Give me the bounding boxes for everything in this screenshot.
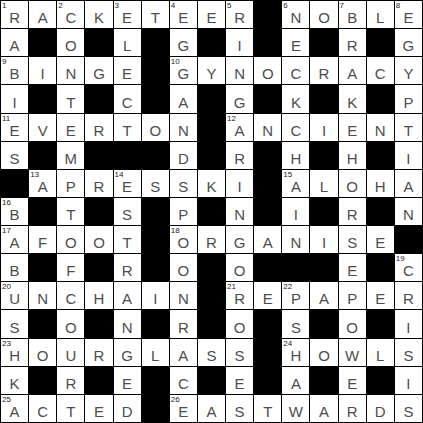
letter-cell[interactable]: N	[170, 114, 197, 141]
cell-letter: N	[234, 207, 245, 225]
letter-cell[interactable]: R	[85, 170, 112, 197]
letter-cell[interactable]: L	[367, 339, 394, 366]
cell-letter: R	[65, 376, 76, 394]
letter-cell[interactable]: T	[142, 1, 169, 28]
letter-cell[interactable]: S	[1, 310, 28, 337]
black-cell	[198, 367, 225, 394]
cell-letter: T	[263, 404, 272, 422]
cell-letter: U	[65, 348, 76, 366]
letter-cell[interactable]: L	[142, 339, 169, 366]
cell-letter: E	[347, 263, 357, 281]
cell-letter: E	[178, 404, 188, 422]
cell-letter: T	[404, 123, 413, 141]
cell-letter: S	[235, 348, 245, 366]
cell-letter: S	[178, 179, 188, 197]
letter-cell[interactable]: N	[29, 282, 56, 309]
cell-letter: S	[235, 404, 245, 422]
letter-cell[interactable]: 1R	[1, 1, 28, 28]
letter-cell[interactable]: N	[170, 282, 197, 309]
letter-cell[interactable]: R	[339, 29, 366, 56]
letter-cell[interactable]: 22P	[282, 282, 309, 309]
black-cell	[198, 142, 225, 169]
letter-cell[interactable]: A	[310, 395, 337, 422]
cell-letter: E	[122, 66, 132, 84]
letter-cell[interactable]: B	[1, 254, 28, 281]
cell-letter: A	[403, 179, 413, 197]
letter-cell[interactable]: A	[114, 282, 141, 309]
letter-cell[interactable]: C	[170, 367, 197, 394]
cell-letter: N	[290, 235, 301, 253]
cell-letter: T	[123, 235, 132, 253]
letter-cell[interactable]: P	[339, 282, 366, 309]
letter-cell[interactable]: S	[198, 339, 225, 366]
letter-cell[interactable]: E	[226, 367, 253, 394]
letter-cell[interactable]: A	[1, 29, 28, 56]
letter-cell[interactable]: S	[142, 170, 169, 197]
cell-letter: E	[291, 38, 301, 56]
cell-letter: O	[318, 348, 330, 366]
clue-number: 24	[283, 339, 292, 348]
letter-cell[interactable]: E	[85, 395, 112, 422]
cell-letter: B	[10, 207, 20, 225]
letter-cell[interactable]: 21R	[226, 282, 253, 309]
letter-cell[interactable]: F	[57, 254, 84, 281]
letter-cell[interactable]: G	[85, 57, 112, 84]
clue-number: 11	[2, 114, 10, 123]
black-cell	[29, 254, 56, 281]
letter-cell[interactable]: 2C	[57, 1, 84, 28]
black-cell	[85, 142, 112, 169]
black-cell	[310, 142, 337, 169]
letter-cell[interactable]: R	[198, 226, 225, 253]
letter-cell[interactable]: U	[57, 339, 84, 366]
cell-letter: I	[238, 179, 242, 197]
letter-cell[interactable]: M	[57, 142, 84, 169]
black-cell	[310, 310, 337, 337]
cell-letter: S	[403, 348, 413, 366]
letter-cell[interactable]: T	[57, 85, 84, 112]
letter-cell[interactable]: 20U	[1, 282, 28, 309]
letter-cell[interactable]: A	[170, 339, 197, 366]
cell-letter: I	[12, 95, 16, 113]
letter-cell[interactable]: L	[367, 1, 394, 28]
cell-letter: A	[291, 179, 301, 197]
letter-cell[interactable]: N	[226, 57, 253, 84]
letter-cell[interactable]: H	[367, 170, 394, 197]
cell-letter: G	[178, 66, 190, 84]
letter-cell[interactable]: W	[339, 339, 366, 366]
letter-cell[interactable]: T	[254, 395, 281, 422]
letter-cell[interactable]: I	[310, 114, 337, 141]
cell-letter: O	[234, 263, 246, 281]
black-cell	[142, 367, 169, 394]
letter-cell[interactable]: I	[395, 142, 422, 169]
letter-cell[interactable]: 9B	[1, 57, 28, 84]
letter-cell[interactable]: A	[282, 367, 309, 394]
clue-number: 13	[30, 170, 39, 179]
letter-cell[interactable]: E	[339, 254, 366, 281]
letter-cell[interactable]: R	[57, 367, 84, 394]
clue-number: 26	[171, 395, 180, 404]
letter-cell[interactable]: A	[29, 1, 56, 28]
letter-cell[interactable]: I	[142, 282, 169, 309]
cell-letter: O	[65, 320, 77, 338]
letter-cell[interactable]: V	[29, 114, 56, 141]
black-cell	[198, 310, 225, 337]
letter-cell[interactable]: T	[57, 198, 84, 225]
cell-letter: L	[376, 348, 384, 366]
letter-cell[interactable]: O	[85, 226, 112, 253]
cell-letter: D	[178, 151, 189, 169]
letter-cell[interactable]: 11E	[1, 114, 28, 141]
letter-cell[interactable]: N	[254, 114, 281, 141]
letter-cell[interactable]: G	[226, 85, 253, 112]
letter-cell[interactable]: C	[57, 282, 84, 309]
cell-letter: T	[66, 95, 75, 113]
cell-letter: S	[122, 207, 132, 225]
black-cell	[29, 85, 56, 112]
letter-cell[interactable]: L	[310, 170, 337, 197]
cell-letter: N	[403, 207, 414, 225]
letter-cell[interactable]: I	[310, 226, 337, 253]
letter-cell[interactable]: 25A	[1, 395, 28, 422]
black-cell	[254, 198, 281, 225]
black-cell	[367, 254, 394, 281]
letter-cell[interactable]: P	[170, 198, 197, 225]
letter-cell[interactable]: A	[310, 282, 337, 309]
letter-cell[interactable]: H	[339, 142, 366, 169]
black-cell	[85, 198, 112, 225]
cell-letter: T	[123, 123, 132, 141]
letter-cell[interactable]: 5R	[226, 1, 253, 28]
letter-cell[interactable]: F	[29, 226, 56, 253]
cell-letter: E	[263, 291, 273, 309]
cell-letter: L	[123, 38, 131, 56]
letter-cell[interactable]: A	[339, 57, 366, 84]
cell-letter: A	[178, 348, 188, 366]
letter-cell[interactable]: R	[114, 254, 141, 281]
cell-letter: I	[238, 38, 242, 56]
crossword-board: 1RA2CK3ET4EE5R6NO7BL8EAOLGIERG9BINGE10GY…	[0, 0, 423, 423]
cell-letter: Y	[206, 66, 216, 84]
black-cell	[142, 198, 169, 225]
letter-cell[interactable]: T	[395, 114, 422, 141]
clue-number: 8	[396, 1, 400, 10]
black-cell	[29, 310, 56, 337]
letter-cell[interactable]: D	[114, 395, 141, 422]
letter-cell[interactable]: 17A	[1, 226, 28, 253]
cell-letter: H	[9, 348, 20, 366]
letter-cell[interactable]: O	[29, 339, 56, 366]
letter-cell[interactable]: 23H	[1, 339, 28, 366]
letter-cell[interactable]: C	[282, 57, 309, 84]
cell-letter: T	[66, 207, 75, 225]
letter-cell[interactable]: 3E	[114, 1, 141, 28]
black-cell	[142, 254, 169, 281]
letter-cell[interactable]: W	[282, 395, 309, 422]
letter-cell[interactable]: O	[310, 1, 337, 28]
cell-letter: E	[375, 291, 385, 309]
letter-cell[interactable]: L	[114, 29, 141, 56]
letter-cell[interactable]: 10G	[170, 57, 197, 84]
letter-cell[interactable]: I	[395, 310, 422, 337]
clue-number: 9	[2, 57, 6, 66]
cell-letter: P	[178, 207, 188, 225]
letter-cell[interactable]: O	[57, 310, 84, 337]
letter-cell[interactable]: I	[29, 57, 56, 84]
cell-letter: B	[10, 263, 20, 281]
letter-cell[interactable]: I	[395, 367, 422, 394]
cell-letter: P	[66, 179, 76, 197]
cell-letter: N	[65, 66, 76, 84]
black-cell	[29, 29, 56, 56]
cell-letter: E	[206, 10, 216, 28]
letter-cell[interactable]: E	[339, 367, 366, 394]
letter-cell[interactable]: K	[85, 1, 112, 28]
letter-cell[interactable]: P	[57, 170, 84, 197]
cell-letter: A	[10, 404, 20, 422]
letter-cell[interactable]: A	[170, 85, 197, 112]
letter-cell[interactable]: T	[114, 114, 141, 141]
cell-letter: I	[322, 235, 326, 253]
cell-letter: A	[38, 10, 48, 28]
letter-cell[interactable]: N	[367, 114, 394, 141]
cell-letter: H	[290, 151, 301, 169]
letter-cell[interactable]: E	[282, 29, 309, 56]
clue-number: 7	[340, 1, 344, 10]
cell-letter: A	[178, 95, 188, 113]
letter-cell[interactable]: H	[282, 142, 309, 169]
cell-letter: A	[291, 376, 301, 394]
cell-letter: M	[65, 151, 78, 169]
letter-cell[interactable]: R	[85, 114, 112, 141]
clue-number: 15	[283, 170, 292, 179]
black-cell	[367, 29, 394, 56]
cell-letter: A	[10, 235, 20, 253]
letter-cell[interactable]: 18O	[170, 226, 197, 253]
letter-cell[interactable]: O	[142, 114, 169, 141]
cell-letter: E	[178, 10, 188, 28]
letter-cell[interactable]: E	[367, 226, 394, 253]
letter-cell[interactable]: 26E	[170, 395, 197, 422]
letter-cell[interactable]: S	[114, 198, 141, 225]
letter-cell[interactable]: R	[339, 395, 366, 422]
letter-cell[interactable]: R	[226, 142, 253, 169]
black-cell	[85, 254, 112, 281]
clue-number: 1	[2, 1, 6, 10]
letter-cell[interactable]: S	[226, 339, 253, 366]
letter-cell[interactable]: G	[170, 29, 197, 56]
letter-cell[interactable]: R	[310, 57, 337, 84]
letter-cell[interactable]: 8E	[395, 1, 422, 28]
letter-cell[interactable]: G	[395, 29, 422, 56]
letter-cell[interactable]: C	[29, 395, 56, 422]
letter-cell[interactable]: O	[226, 254, 253, 281]
letter-cell[interactable]: G	[226, 226, 253, 253]
black-cell	[310, 29, 337, 56]
letter-cell[interactable]: C	[282, 114, 309, 141]
clue-number: 14	[115, 170, 124, 179]
cell-letter: C	[65, 10, 76, 28]
cell-letter: S	[206, 348, 216, 366]
cell-letter: O	[346, 320, 358, 338]
letter-cell[interactable]: E	[114, 367, 141, 394]
letter-cell[interactable]: C	[367, 57, 394, 84]
letter-cell[interactable]: I	[226, 170, 253, 197]
letter-cell[interactable]: E	[367, 282, 394, 309]
letter-cell[interactable]: O	[226, 310, 253, 337]
letter-cell[interactable]: D	[367, 395, 394, 422]
black-cell	[142, 395, 169, 422]
letter-cell[interactable]: R	[85, 339, 112, 366]
cell-letter: N	[122, 320, 133, 338]
letter-cell[interactable]: 19C	[395, 254, 422, 281]
letter-cell[interactable]: E	[57, 114, 84, 141]
letter-cell[interactable]: T	[57, 395, 84, 422]
letter-cell[interactable]: K	[198, 170, 225, 197]
letter-cell[interactable]: O	[339, 170, 366, 197]
cell-letter: L	[376, 10, 384, 28]
letter-cell[interactable]: O	[310, 339, 337, 366]
clue-number: 4	[171, 1, 175, 10]
letter-cell[interactable]: E	[198, 1, 225, 28]
black-cell	[198, 198, 225, 225]
black-cell	[367, 198, 394, 225]
letter-cell[interactable]: N	[282, 226, 309, 253]
cell-letter: W	[289, 404, 303, 422]
black-cell	[254, 339, 281, 366]
letter-cell[interactable]: R	[395, 282, 422, 309]
letter-cell[interactable]: S	[395, 339, 422, 366]
cell-letter: R	[234, 151, 245, 169]
letter-cell[interactable]: R	[170, 310, 197, 337]
letter-cell[interactable]: 24H	[282, 339, 309, 366]
black-cell	[367, 85, 394, 112]
cell-letter: H	[290, 348, 301, 366]
letter-cell[interactable]: K	[1, 367, 28, 394]
cell-letter: I	[406, 151, 410, 169]
letter-cell[interactable]: I	[226, 29, 253, 56]
letter-cell[interactable]: C	[114, 85, 141, 112]
black-cell	[142, 57, 169, 84]
letter-cell[interactable]: A	[395, 170, 422, 197]
clue-number: 16	[2, 198, 11, 207]
letter-cell[interactable]: O	[57, 29, 84, 56]
letter-cell[interactable]: N	[114, 310, 141, 337]
letter-cell[interactable]: G	[114, 339, 141, 366]
cell-letter: O	[178, 235, 190, 253]
letter-cell[interactable]: S	[1, 142, 28, 169]
black-cell	[142, 310, 169, 337]
letter-cell[interactable]: K	[282, 85, 309, 112]
letter-cell[interactable]: 16B	[1, 198, 28, 225]
letter-cell[interactable]: S	[170, 170, 197, 197]
letter-cell[interactable]: 7B	[339, 1, 366, 28]
cell-letter: R	[206, 235, 217, 253]
cell-letter: P	[291, 291, 301, 309]
letter-cell[interactable]: I	[282, 198, 309, 225]
black-cell	[254, 310, 281, 337]
clue-number: 18	[171, 226, 180, 235]
clue-number: 23	[2, 339, 11, 348]
cell-letter: L	[151, 348, 159, 366]
black-cell	[142, 85, 169, 112]
cell-letter: S	[10, 320, 20, 338]
letter-cell[interactable]: 12A	[226, 114, 253, 141]
cell-letter: N	[178, 123, 189, 141]
letter-cell[interactable]: A	[254, 226, 281, 253]
black-cell	[198, 85, 225, 112]
letter-cell[interactable]: P	[395, 85, 422, 112]
letter-cell[interactable]: 4E	[170, 1, 197, 28]
cell-letter: R	[94, 123, 105, 141]
cell-letter: S	[10, 151, 20, 169]
letter-cell[interactable]: I	[1, 85, 28, 112]
cell-letter: N	[290, 10, 301, 28]
cell-letter: G	[121, 348, 133, 366]
letter-cell[interactable]: E	[254, 282, 281, 309]
cell-letter: D	[375, 404, 386, 422]
cell-letter: C	[403, 263, 414, 281]
black-cell	[198, 29, 225, 56]
black-cell	[310, 367, 337, 394]
clue-number: 20	[2, 282, 11, 291]
cell-letter: N	[37, 291, 48, 309]
letter-cell[interactable]: S	[226, 395, 253, 422]
cell-letter: R	[9, 10, 20, 28]
cell-letter: O	[234, 320, 246, 338]
cell-letter: F	[38, 235, 47, 253]
letter-cell[interactable]: N	[395, 198, 422, 225]
letter-cell[interactable]: 15A	[282, 170, 309, 197]
letter-cell[interactable]: S	[282, 310, 309, 337]
cell-letter: C	[290, 123, 301, 141]
letter-cell[interactable]: E	[339, 114, 366, 141]
cell-letter: R	[347, 38, 358, 56]
cell-letter: H	[375, 179, 386, 197]
letter-cell[interactable]: D	[170, 142, 197, 169]
black-cell	[29, 142, 56, 169]
black-cell	[310, 254, 337, 281]
cell-letter: D	[122, 404, 133, 422]
letter-cell[interactable]: K	[339, 85, 366, 112]
cell-letter: C	[37, 404, 48, 422]
letter-cell[interactable]: Y	[198, 57, 225, 84]
letter-cell[interactable]: A	[198, 395, 225, 422]
letter-cell[interactable]: T	[114, 226, 141, 253]
letter-cell[interactable]: S	[339, 226, 366, 253]
letter-cell[interactable]: Y	[395, 57, 422, 84]
letter-cell[interactable]: S	[395, 395, 422, 422]
letter-cell[interactable]: 6N	[282, 1, 309, 28]
letter-cell[interactable]: 14E	[114, 170, 141, 197]
letter-cell[interactable]: R	[339, 198, 366, 225]
letter-cell[interactable]: O	[254, 57, 281, 84]
letter-cell[interactable]: O	[57, 226, 84, 253]
cell-letter: I	[153, 291, 157, 309]
letter-cell[interactable]: N	[57, 57, 84, 84]
clue-number: 5	[227, 1, 231, 10]
letter-cell[interactable]: O	[170, 254, 197, 281]
letter-cell[interactable]: O	[339, 310, 366, 337]
letter-cell[interactable]: N	[226, 198, 253, 225]
letter-cell[interactable]: H	[85, 282, 112, 309]
cell-letter: R	[403, 291, 414, 309]
clue-number: 10	[171, 57, 180, 66]
cell-letter: C	[122, 95, 133, 113]
letter-cell[interactable]: 13A	[29, 170, 56, 197]
letter-cell[interactable]: E	[114, 57, 141, 84]
